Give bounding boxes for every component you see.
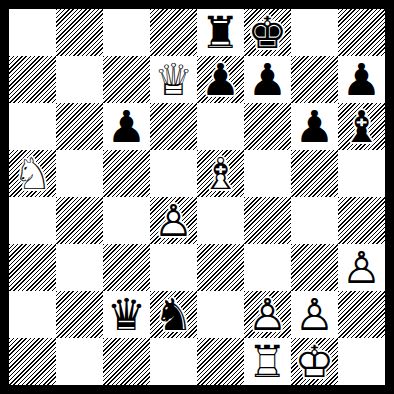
piece-black-bishop[interactable]: ♝♝: [338, 103, 385, 150]
square-b5[interactable]: [56, 150, 103, 197]
square-d7[interactable]: ♛♕: [150, 56, 197, 103]
piece-white-king[interactable]: ♚♔: [291, 338, 338, 385]
square-c1[interactable]: [103, 338, 150, 385]
piece-glyph: ♖: [244, 338, 291, 385]
square-g7[interactable]: [291, 56, 338, 103]
piece-glyph: ♙: [150, 197, 197, 244]
square-e7[interactable]: ♟♟: [197, 56, 244, 103]
piece-white-pawn[interactable]: ♟♙: [150, 197, 197, 244]
square-b3[interactable]: [56, 244, 103, 291]
square-e8[interactable]: ♜♜: [197, 9, 244, 56]
square-a2[interactable]: [9, 291, 56, 338]
square-h1[interactable]: [338, 338, 385, 385]
square-g4[interactable]: [291, 197, 338, 244]
square-d3[interactable]: [150, 244, 197, 291]
square-f5[interactable]: [244, 150, 291, 197]
square-d4[interactable]: ♟♙: [150, 197, 197, 244]
piece-white-pawn[interactable]: ♟♙: [338, 244, 385, 291]
square-d8[interactable]: [150, 9, 197, 56]
square-b2[interactable]: [56, 291, 103, 338]
square-d1[interactable]: [150, 338, 197, 385]
piece-glyph: ♙: [291, 291, 338, 338]
square-b1[interactable]: [56, 338, 103, 385]
piece-black-pawn[interactable]: ♟♟: [338, 56, 385, 103]
square-c2[interactable]: ♛♛: [103, 291, 150, 338]
square-a3[interactable]: [9, 244, 56, 291]
square-a6[interactable]: [9, 103, 56, 150]
square-c4[interactable]: [103, 197, 150, 244]
square-d5[interactable]: [150, 150, 197, 197]
square-g6[interactable]: ♟♟: [291, 103, 338, 150]
square-g5[interactable]: [291, 150, 338, 197]
piece-glyph: ♟: [103, 103, 150, 150]
piece-glyph: ♕: [150, 56, 197, 103]
piece-glyph: ♛: [103, 291, 150, 338]
square-b4[interactable]: [56, 197, 103, 244]
piece-glyph: ♟: [291, 103, 338, 150]
piece-white-pawn[interactable]: ♟♙: [291, 291, 338, 338]
piece-glyph: ♟: [197, 56, 244, 103]
square-a8[interactable]: [9, 9, 56, 56]
square-g2[interactable]: ♟♙: [291, 291, 338, 338]
piece-white-pawn[interactable]: ♟♙: [244, 291, 291, 338]
square-h3[interactable]: ♟♙: [338, 244, 385, 291]
square-b8[interactable]: [56, 9, 103, 56]
square-h6[interactable]: ♝♝: [338, 103, 385, 150]
piece-glyph: ♟: [338, 56, 385, 103]
piece-white-knight[interactable]: ♞♘: [9, 150, 56, 197]
square-e1[interactable]: [197, 338, 244, 385]
square-a1[interactable]: [9, 338, 56, 385]
piece-glyph: ♘: [9, 150, 56, 197]
piece-glyph: ♞: [150, 291, 197, 338]
piece-black-pawn[interactable]: ♟♟: [197, 56, 244, 103]
square-c8[interactable]: [103, 9, 150, 56]
piece-glyph: ♗: [197, 150, 244, 197]
piece-black-knight[interactable]: ♞♞: [150, 291, 197, 338]
square-f3[interactable]: [244, 244, 291, 291]
square-e3[interactable]: [197, 244, 244, 291]
square-e4[interactable]: [197, 197, 244, 244]
square-c7[interactable]: [103, 56, 150, 103]
square-f8[interactable]: ♚♚: [244, 9, 291, 56]
square-a5[interactable]: ♞♘: [9, 150, 56, 197]
square-g8[interactable]: [291, 9, 338, 56]
piece-black-pawn[interactable]: ♟♟: [291, 103, 338, 150]
piece-black-rook[interactable]: ♜♜: [197, 9, 244, 56]
piece-glyph: ♙: [338, 244, 385, 291]
square-f6[interactable]: [244, 103, 291, 150]
chess-board-frame: ♜♜♚♚♛♕♟♟♟♟♟♟♟♟♟♟♝♝♞♘♝♗♟♙♟♙♛♛♞♞♟♙♟♙♜♖♚♔: [0, 0, 394, 394]
piece-white-rook[interactable]: ♜♖: [244, 338, 291, 385]
square-d2[interactable]: ♞♞: [150, 291, 197, 338]
square-h5[interactable]: [338, 150, 385, 197]
square-h7[interactable]: ♟♟: [338, 56, 385, 103]
piece-glyph: ♚: [244, 9, 291, 56]
square-c5[interactable]: [103, 150, 150, 197]
piece-glyph: ♟: [244, 56, 291, 103]
square-e6[interactable]: [197, 103, 244, 150]
piece-black-king[interactable]: ♚♚: [244, 9, 291, 56]
square-e2[interactable]: [197, 291, 244, 338]
square-b7[interactable]: [56, 56, 103, 103]
piece-black-queen[interactable]: ♛♛: [103, 291, 150, 338]
square-h2[interactable]: [338, 291, 385, 338]
square-a4[interactable]: [9, 197, 56, 244]
piece-white-queen[interactable]: ♛♕: [150, 56, 197, 103]
square-b6[interactable]: [56, 103, 103, 150]
piece-glyph: ♔: [291, 338, 338, 385]
square-f4[interactable]: [244, 197, 291, 244]
square-h8[interactable]: [338, 9, 385, 56]
square-d6[interactable]: [150, 103, 197, 150]
square-f7[interactable]: ♟♟: [244, 56, 291, 103]
square-e5[interactable]: ♝♗: [197, 150, 244, 197]
square-f1[interactable]: ♜♖: [244, 338, 291, 385]
square-c3[interactable]: [103, 244, 150, 291]
piece-black-pawn[interactable]: ♟♟: [244, 56, 291, 103]
square-g1[interactable]: ♚♔: [291, 338, 338, 385]
piece-white-bishop[interactable]: ♝♗: [197, 150, 244, 197]
piece-glyph: ♝: [338, 103, 385, 150]
square-g3[interactable]: [291, 244, 338, 291]
piece-glyph: ♜: [197, 9, 244, 56]
square-a7[interactable]: [9, 56, 56, 103]
square-h4[interactable]: [338, 197, 385, 244]
square-f2[interactable]: ♟♙: [244, 291, 291, 338]
square-c6[interactable]: ♟♟: [103, 103, 150, 150]
piece-glyph: ♙: [244, 291, 291, 338]
piece-black-pawn[interactable]: ♟♟: [103, 103, 150, 150]
chess-board: ♜♜♚♚♛♕♟♟♟♟♟♟♟♟♟♟♝♝♞♘♝♗♟♙♟♙♛♛♞♞♟♙♟♙♜♖♚♔: [9, 9, 385, 385]
